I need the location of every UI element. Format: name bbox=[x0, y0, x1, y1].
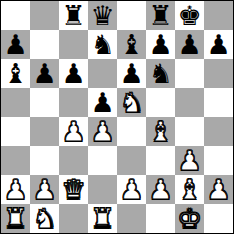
square-e6[interactable]: ♟ bbox=[117, 59, 146, 88]
square-b5[interactable] bbox=[30, 88, 59, 117]
square-h1[interactable] bbox=[204, 204, 233, 233]
square-f6[interactable]: ♞ bbox=[146, 59, 175, 88]
square-a1[interactable]: ♜ bbox=[1, 204, 30, 233]
square-d6[interactable] bbox=[88, 59, 117, 88]
square-e7[interactable]: ♝ bbox=[117, 30, 146, 59]
square-f1[interactable] bbox=[146, 204, 175, 233]
square-g7[interactable]: ♟ bbox=[175, 30, 204, 59]
square-g6[interactable] bbox=[175, 59, 204, 88]
black-rook[interactable]: ♜ bbox=[148, 1, 172, 30]
square-f4[interactable]: ♝ bbox=[146, 117, 175, 146]
square-g2[interactable]: ♝ bbox=[175, 175, 204, 204]
white-queen[interactable]: ♛ bbox=[61, 175, 85, 204]
square-h6[interactable] bbox=[204, 59, 233, 88]
black-knight[interactable]: ♞ bbox=[90, 30, 114, 59]
square-b8[interactable] bbox=[30, 1, 59, 30]
black-pawn[interactable]: ♟ bbox=[177, 30, 201, 59]
square-f8[interactable]: ♜ bbox=[146, 1, 175, 30]
square-d7[interactable]: ♞ bbox=[88, 30, 117, 59]
square-b2[interactable]: ♟ bbox=[30, 175, 59, 204]
square-h2[interactable]: ♟ bbox=[204, 175, 233, 204]
square-c1[interactable] bbox=[59, 204, 88, 233]
square-b1[interactable]: ♞ bbox=[30, 204, 59, 233]
white-bishop[interactable]: ♝ bbox=[177, 175, 201, 204]
square-d2[interactable] bbox=[88, 175, 117, 204]
white-pawn[interactable]: ♟ bbox=[148, 175, 172, 204]
square-a4[interactable] bbox=[1, 117, 30, 146]
black-pawn[interactable]: ♟ bbox=[61, 59, 85, 88]
black-pawn[interactable]: ♟ bbox=[32, 59, 56, 88]
square-f3[interactable] bbox=[146, 146, 175, 175]
square-h4[interactable] bbox=[204, 117, 233, 146]
square-a7[interactable]: ♟ bbox=[1, 30, 30, 59]
black-knight[interactable]: ♞ bbox=[148, 59, 172, 88]
square-c5[interactable] bbox=[59, 88, 88, 117]
square-a2[interactable]: ♟ bbox=[1, 175, 30, 204]
square-h8[interactable] bbox=[204, 1, 233, 30]
square-e5[interactable]: ♞ bbox=[117, 88, 146, 117]
square-h7[interactable]: ♟ bbox=[204, 30, 233, 59]
square-g8[interactable]: ♚ bbox=[175, 1, 204, 30]
square-g3[interactable]: ♟ bbox=[175, 146, 204, 175]
white-pawn[interactable]: ♟ bbox=[206, 175, 230, 204]
black-queen[interactable]: ♛ bbox=[90, 1, 114, 30]
square-h5[interactable] bbox=[204, 88, 233, 117]
black-bishop[interactable]: ♝ bbox=[3, 59, 27, 88]
square-h3[interactable] bbox=[204, 146, 233, 175]
square-e8[interactable] bbox=[117, 1, 146, 30]
black-pawn[interactable]: ♟ bbox=[3, 30, 27, 59]
square-d5[interactable]: ♟ bbox=[88, 88, 117, 117]
square-g5[interactable] bbox=[175, 88, 204, 117]
square-e2[interactable]: ♟ bbox=[117, 175, 146, 204]
white-pawn[interactable]: ♟ bbox=[32, 175, 56, 204]
white-pawn[interactable]: ♟ bbox=[177, 146, 201, 175]
white-knight[interactable]: ♞ bbox=[119, 88, 143, 117]
black-pawn[interactable]: ♟ bbox=[119, 59, 143, 88]
square-b6[interactable]: ♟ bbox=[30, 59, 59, 88]
square-d8[interactable]: ♛ bbox=[88, 1, 117, 30]
square-e3[interactable] bbox=[117, 146, 146, 175]
square-c7[interactable] bbox=[59, 30, 88, 59]
white-pawn[interactable]: ♟ bbox=[61, 117, 85, 146]
square-c4[interactable]: ♟ bbox=[59, 117, 88, 146]
square-e1[interactable] bbox=[117, 204, 146, 233]
square-d4[interactable]: ♟ bbox=[88, 117, 117, 146]
black-king[interactable]: ♚ bbox=[177, 1, 201, 30]
square-a3[interactable] bbox=[1, 146, 30, 175]
square-d1[interactable]: ♜ bbox=[88, 204, 117, 233]
square-e4[interactable] bbox=[117, 117, 146, 146]
square-f2[interactable]: ♟ bbox=[146, 175, 175, 204]
square-a5[interactable] bbox=[1, 88, 30, 117]
square-c2[interactable]: ♛ bbox=[59, 175, 88, 204]
square-f7[interactable]: ♟ bbox=[146, 30, 175, 59]
square-c8[interactable]: ♜ bbox=[59, 1, 88, 30]
black-pawn[interactable]: ♟ bbox=[206, 30, 230, 59]
square-b4[interactable] bbox=[30, 117, 59, 146]
black-rook[interactable]: ♜ bbox=[61, 1, 85, 30]
white-knight[interactable]: ♞ bbox=[32, 204, 56, 233]
black-bishop[interactable]: ♝ bbox=[119, 30, 143, 59]
white-rook[interactable]: ♜ bbox=[3, 204, 27, 233]
square-d3[interactable] bbox=[88, 146, 117, 175]
white-pawn[interactable]: ♟ bbox=[3, 175, 27, 204]
black-pawn[interactable]: ♟ bbox=[148, 30, 172, 59]
black-pawn[interactable]: ♟ bbox=[90, 88, 114, 117]
square-c6[interactable]: ♟ bbox=[59, 59, 88, 88]
square-b7[interactable] bbox=[30, 30, 59, 59]
white-pawn[interactable]: ♟ bbox=[90, 117, 114, 146]
square-g1[interactable]: ♚ bbox=[175, 204, 204, 233]
square-a8[interactable] bbox=[1, 1, 30, 30]
white-king[interactable]: ♚ bbox=[177, 204, 201, 233]
chess-board: ♜♛♜♚♟♞♝♟♟♟♝♟♟♟♞♟♞♟♟♝♟♟♟♛♟♟♝♟♜♞♜♚ bbox=[0, 0, 234, 234]
square-a6[interactable]: ♝ bbox=[1, 59, 30, 88]
square-b3[interactable] bbox=[30, 146, 59, 175]
square-f5[interactable] bbox=[146, 88, 175, 117]
square-g4[interactable] bbox=[175, 117, 204, 146]
white-pawn[interactable]: ♟ bbox=[119, 175, 143, 204]
white-bishop[interactable]: ♝ bbox=[148, 117, 172, 146]
square-c3[interactable] bbox=[59, 146, 88, 175]
white-rook[interactable]: ♜ bbox=[90, 204, 114, 233]
